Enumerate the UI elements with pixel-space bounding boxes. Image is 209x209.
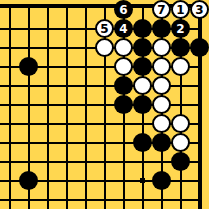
white-stone [152,95,171,114]
grid-vline [198,114,202,133]
board-intersection [38,57,57,76]
grid-vline [9,38,11,57]
board-intersection [171,114,190,133]
grid-vline [47,76,49,95]
board-intersection [0,0,19,19]
board-intersection [190,19,209,38]
grid-vline [47,19,49,38]
board-intersection [19,190,38,209]
grid-vline [85,190,87,209]
board-intersection [38,114,57,133]
grid-vline [47,152,49,171]
grid-vline [66,5,68,19]
board-intersection [114,95,133,114]
black-stone [171,152,190,171]
white-stone [152,114,171,133]
grid-vline [85,171,87,190]
board-intersection [57,76,76,95]
grid-vline [66,171,68,190]
white-stone-move-5: 5 [95,19,114,38]
grid-vline [47,190,49,209]
board-intersection [95,133,114,152]
board-intersection [76,171,95,190]
grid-vline [9,171,11,190]
white-stone [171,57,190,76]
board-intersection [152,19,171,38]
board-intersection [190,38,209,57]
grid-vline [66,57,68,76]
board-intersection [171,95,190,114]
grid-vline [142,152,144,171]
black-stone-move-6: 6 [114,0,133,19]
board-intersection [57,0,76,19]
grid-vline [161,152,163,171]
board-intersection [76,95,95,114]
black-stone [171,38,190,57]
board-intersection [38,190,57,209]
board-intersection [190,190,209,209]
board-intersection [152,152,171,171]
board-intersection [57,19,76,38]
board-intersection: 4 [114,19,133,38]
board-intersection [38,38,57,57]
grid-vline [104,114,106,133]
grid-vline [85,152,87,171]
grid-vline [180,171,182,190]
board-intersection [19,152,38,171]
board-intersection [76,57,95,76]
board-intersection [190,171,209,190]
grid-vline [142,190,144,209]
black-stone [114,76,133,95]
grid-vline [66,76,68,95]
black-stone [133,57,152,76]
board-intersection [95,0,114,19]
grid-vline [66,190,68,209]
board-intersection [114,76,133,95]
grid-vline [123,190,125,209]
board-intersection [190,152,209,171]
grid-vline [123,133,125,152]
board-intersection [133,95,152,114]
board-intersection [76,76,95,95]
board-intersection [38,76,57,95]
board-intersection [133,0,152,19]
board-intersection [38,0,57,19]
board-intersection [0,19,19,38]
grid-vline [47,5,49,19]
board-intersection [95,95,114,114]
black-stone [152,171,171,190]
board-intersection [0,133,19,152]
board-intersection [133,76,152,95]
grid-vline [123,152,125,171]
black-stone-move-4: 4 [114,19,133,38]
board-intersection [57,57,76,76]
grid-vline [28,152,30,171]
grid-vline [28,19,30,38]
board-intersection [95,76,114,95]
grid-vline [9,133,11,152]
board-intersection: 2 [171,19,190,38]
go-board: 6713542 [0,0,209,209]
board-intersection [190,114,209,133]
board-intersection [19,171,38,190]
grid-vline [47,114,49,133]
board-intersection [38,152,57,171]
board-intersection [0,114,19,133]
grid-vline [104,5,106,19]
white-stone-move-7: 7 [152,0,171,19]
board-intersection [57,95,76,114]
board-intersection [152,38,171,57]
grid-vline [28,76,30,95]
board-intersection [133,190,152,209]
grid-vline [28,114,30,133]
grid-vline [28,5,30,19]
board-intersection [76,133,95,152]
grid-vline [9,57,11,76]
black-stone [114,95,133,114]
board-intersection [19,38,38,57]
grid-vline [9,19,11,38]
grid-vline [9,190,11,209]
board-intersection [0,76,19,95]
grid-vline [85,5,87,19]
grid-vline [9,152,11,171]
board-intersection [0,190,19,209]
board-intersection [114,57,133,76]
black-stone [19,171,38,190]
black-stone [19,57,38,76]
board-intersection [114,38,133,57]
board-intersection [171,171,190,190]
board-intersection [171,57,190,76]
board-intersection [0,95,19,114]
grid-vline [104,95,106,114]
black-stone-move-2: 2 [171,19,190,38]
white-stone [171,133,190,152]
grid-vline [66,38,68,57]
board-intersection [19,76,38,95]
grid-vline [47,38,49,57]
grid-vline [123,114,125,133]
grid-vline [9,76,11,95]
black-stone [152,19,171,38]
board-intersection [95,38,114,57]
grid-vline [85,133,87,152]
board-intersection [95,57,114,76]
board-intersection [76,152,95,171]
board-intersection [114,190,133,209]
board-intersection [19,114,38,133]
board-intersection [19,95,38,114]
grid-vline [28,95,30,114]
board-intersection [133,152,152,171]
board-intersection [190,133,209,152]
board-intersection [95,171,114,190]
grid-vline [104,133,106,152]
grid-vline [28,190,30,209]
board-intersection [19,133,38,152]
board-intersection [76,19,95,38]
white-stone [114,57,133,76]
grid-vline [66,95,68,114]
board-intersection [19,57,38,76]
white-stone-move-3: 3 [190,0,209,19]
grid-vline [198,57,202,76]
board-intersection [19,0,38,19]
grid-vline [85,38,87,57]
board-intersection [76,190,95,209]
board-intersection [0,57,19,76]
board-intersection [152,95,171,114]
board-intersection [152,76,171,95]
grid-vline [85,95,87,114]
grid-vline [142,5,144,19]
grid-vline [180,190,182,209]
board-intersection [38,19,57,38]
grid-vline [161,190,163,209]
black-stone [190,38,209,57]
grid-vline [66,19,68,38]
board-intersection [152,190,171,209]
board-intersection [152,171,171,190]
board-intersection [133,57,152,76]
black-stone [133,38,152,57]
white-stone-move-1: 1 [171,0,190,19]
grid-vline [85,76,87,95]
board-intersection [152,57,171,76]
board-intersection [190,76,209,95]
grid-vline [198,19,202,38]
grid-vline [104,152,106,171]
board-intersection [171,76,190,95]
grid-vline [9,5,11,19]
board-intersection [0,38,19,57]
grid-vline [198,190,202,209]
board-intersection [171,152,190,171]
board-intersection: 1 [171,0,190,19]
grid-vline [198,152,202,171]
grid-vline [85,114,87,133]
grid-vline [104,190,106,209]
board-intersection [57,152,76,171]
grid-vline [47,133,49,152]
grid-vline [28,133,30,152]
white-stone [133,76,152,95]
board-intersection [95,190,114,209]
board-intersection [57,190,76,209]
grid-vline [47,171,49,190]
grid-vline [9,114,11,133]
board-intersection [0,171,19,190]
board-intersection [114,133,133,152]
board-intersection: 3 [190,0,209,19]
board-intersection [133,19,152,38]
board-intersection [76,114,95,133]
grid-vline [198,95,202,114]
grid-vline [85,57,87,76]
board-intersection [133,171,152,190]
grid-vline [47,95,49,114]
grid-vline [198,76,202,95]
grid-vline [180,76,182,95]
board-intersection [133,133,152,152]
grid-vline [66,114,68,133]
board-intersection [133,114,152,133]
board-intersection [95,152,114,171]
board-intersection [76,0,95,19]
star-point-dot [140,178,145,183]
board-intersection [190,57,209,76]
grid-vline [47,57,49,76]
grid-vline [198,133,202,152]
board-intersection [171,38,190,57]
white-stone [114,38,133,57]
board-intersection [114,171,133,190]
grid-vline [180,95,182,114]
white-stone [152,57,171,76]
white-stone [95,38,114,57]
board-intersection [57,133,76,152]
board-intersection: 5 [95,19,114,38]
board-intersection [57,171,76,190]
grid-vline [66,152,68,171]
board-intersection [114,152,133,171]
board-intersection [171,133,190,152]
black-stone [133,19,152,38]
white-stone [152,76,171,95]
grid-vline [85,19,87,38]
board-intersection [133,38,152,57]
grid-vline [142,114,144,133]
board-intersection [171,190,190,209]
grid-vline [104,171,106,190]
grid-vline [9,95,11,114]
grid-vline [104,57,106,76]
grid-vline [104,76,106,95]
board-intersection [38,171,57,190]
board-intersection [19,19,38,38]
grid-vline [198,171,202,190]
board-intersection: 6 [114,0,133,19]
board-intersection [152,114,171,133]
grid-vline [66,133,68,152]
board-intersection: 7 [152,0,171,19]
board-intersection [76,38,95,57]
board-intersection [190,95,209,114]
white-stone [171,114,190,133]
black-stone [133,95,152,114]
black-stone [152,133,171,152]
black-stone [133,133,152,152]
white-stone [152,38,171,57]
board-intersection [95,114,114,133]
board-intersection [0,152,19,171]
board-intersection [38,95,57,114]
board-intersection [57,114,76,133]
board-intersection [57,38,76,57]
board-intersection [114,114,133,133]
grid-vline [123,171,125,190]
grid-vline [28,38,30,57]
board-intersection [152,133,171,152]
board-intersection [38,133,57,152]
